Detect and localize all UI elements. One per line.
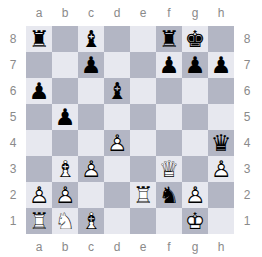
square-a7[interactable] <box>26 52 52 78</box>
rank-labels-left: 87654321 <box>2 26 24 234</box>
square-f2[interactable]: ♞ <box>156 182 182 208</box>
piece-outline-layer: ♙ <box>26 182 52 208</box>
black-pawn-icon: ♟ <box>52 104 78 130</box>
square-g6[interactable] <box>182 78 208 104</box>
file-label-d: d <box>104 2 130 24</box>
file-label-b: b <box>52 2 78 24</box>
square-a6[interactable]: ♟ <box>26 78 52 104</box>
square-f4[interactable] <box>156 130 182 156</box>
square-a4[interactable] <box>26 130 52 156</box>
square-e3[interactable] <box>130 156 156 182</box>
file-label-d: d <box>104 236 130 257</box>
white-bishop-icon: ♝♗ <box>52 156 78 182</box>
file-label-g: g <box>182 2 208 24</box>
rank-label-5: 5 <box>2 104 24 130</box>
file-label-c: c <box>78 236 104 257</box>
square-h7[interactable]: ♟ <box>208 52 234 78</box>
black-bishop-icon: ♝ <box>104 78 130 104</box>
square-b7[interactable] <box>52 52 78 78</box>
black-pawn-icon: ♟ <box>182 52 208 78</box>
white-bishop-icon: ♝♗ <box>78 208 104 234</box>
white-pawn-icon: ♟♙ <box>208 156 234 182</box>
file-label-e: e <box>130 236 156 257</box>
square-d1[interactable] <box>104 208 130 234</box>
square-f5[interactable] <box>156 104 182 130</box>
white-knight-icon: ♞♘ <box>52 208 78 234</box>
black-knight-icon: ♞ <box>156 182 182 208</box>
black-pawn-icon: ♟ <box>156 52 182 78</box>
rank-labels-right: 87654321 <box>236 26 258 234</box>
black-pawn-icon: ♟ <box>26 78 52 104</box>
square-b3[interactable]: ♝♗ <box>52 156 78 182</box>
square-g5[interactable] <box>182 104 208 130</box>
square-a3[interactable] <box>26 156 52 182</box>
white-rook-icon: ♜♖ <box>26 208 52 234</box>
square-d3[interactable] <box>104 156 130 182</box>
rank-label-4: 4 <box>236 130 258 156</box>
rank-label-3: 3 <box>236 156 258 182</box>
file-label-h: h <box>208 236 234 257</box>
square-c2[interactable] <box>78 182 104 208</box>
rank-label-2: 2 <box>236 182 258 208</box>
square-b5[interactable]: ♟ <box>52 104 78 130</box>
file-label-h: h <box>208 2 234 24</box>
chess-diagram: abcdefgh 87654321 ♜♝♜♚♟♟♟♟♟♝♟♟♙♛♝♗♟♙♛♕♟♙… <box>0 0 262 257</box>
square-f8[interactable]: ♜ <box>156 26 182 52</box>
square-e4[interactable] <box>130 130 156 156</box>
piece-outline-layer: ♖ <box>26 208 52 234</box>
square-c3[interactable]: ♟♙ <box>78 156 104 182</box>
piece-outline-layer: ♖ <box>130 182 156 208</box>
square-h5[interactable] <box>208 104 234 130</box>
square-h3[interactable]: ♟♙ <box>208 156 234 182</box>
square-a2[interactable]: ♟♙ <box>26 182 52 208</box>
black-rook-icon: ♜ <box>156 26 182 52</box>
square-b1[interactable]: ♞♘ <box>52 208 78 234</box>
square-d7[interactable] <box>104 52 130 78</box>
square-e1[interactable] <box>130 208 156 234</box>
square-c4[interactable] <box>78 130 104 156</box>
white-pawn-icon: ♟♙ <box>78 156 104 182</box>
rank-label-2: 2 <box>2 182 24 208</box>
piece-outline-layer: ♗ <box>52 156 78 182</box>
square-f6[interactable] <box>156 78 182 104</box>
square-a1[interactable]: ♜♖ <box>26 208 52 234</box>
square-h1[interactable] <box>208 208 234 234</box>
square-e7[interactable] <box>130 52 156 78</box>
piece-outline-layer: ♙ <box>182 182 208 208</box>
white-rook-icon: ♜♖ <box>130 182 156 208</box>
square-b6[interactable] <box>52 78 78 104</box>
file-label-b: b <box>52 236 78 257</box>
rank-label-8: 8 <box>236 26 258 52</box>
rank-label-4: 4 <box>2 130 24 156</box>
square-g2[interactable]: ♟♙ <box>182 182 208 208</box>
square-c5[interactable] <box>78 104 104 130</box>
rank-label-3: 3 <box>2 156 24 182</box>
piece-outline-layer: ♙ <box>104 130 130 156</box>
square-b2[interactable]: ♟♙ <box>52 182 78 208</box>
square-c8[interactable]: ♝ <box>78 26 104 52</box>
file-labels-bottom: abcdefgh <box>26 236 234 257</box>
square-g3[interactable] <box>182 156 208 182</box>
square-g1[interactable]: ♚♔ <box>182 208 208 234</box>
square-h4[interactable]: ♛ <box>208 130 234 156</box>
rank-label-6: 6 <box>236 78 258 104</box>
white-pawn-icon: ♟♙ <box>182 182 208 208</box>
rank-label-7: 7 <box>2 52 24 78</box>
square-d4[interactable]: ♟♙ <box>104 130 130 156</box>
square-h6[interactable] <box>208 78 234 104</box>
file-labels-top: abcdefgh <box>26 2 234 24</box>
piece-outline-layer: ♙ <box>78 156 104 182</box>
square-d6[interactable]: ♝ <box>104 78 130 104</box>
square-b4[interactable] <box>52 130 78 156</box>
white-pawn-icon: ♟♙ <box>104 130 130 156</box>
white-queen-icon: ♛♕ <box>156 156 182 182</box>
black-pawn-icon: ♟ <box>78 52 104 78</box>
square-c6[interactable] <box>78 78 104 104</box>
file-label-a: a <box>26 236 52 257</box>
square-g8[interactable]: ♚ <box>182 26 208 52</box>
piece-outline-layer: ♕ <box>156 156 182 182</box>
file-label-g: g <box>182 236 208 257</box>
square-b8[interactable] <box>52 26 78 52</box>
piece-outline-layer: ♔ <box>182 208 208 234</box>
square-g7[interactable]: ♟ <box>182 52 208 78</box>
white-pawn-icon: ♟♙ <box>26 182 52 208</box>
white-king-icon: ♚♔ <box>182 208 208 234</box>
square-g4[interactable] <box>182 130 208 156</box>
square-f3[interactable]: ♛♕ <box>156 156 182 182</box>
file-label-f: f <box>156 236 182 257</box>
square-e2[interactable]: ♜♖ <box>130 182 156 208</box>
square-f1[interactable] <box>156 208 182 234</box>
piece-outline-layer: ♗ <box>78 208 104 234</box>
square-e5[interactable] <box>130 104 156 130</box>
black-pawn-icon: ♟ <box>208 52 234 78</box>
square-a8[interactable]: ♜ <box>26 26 52 52</box>
square-c7[interactable]: ♟ <box>78 52 104 78</box>
square-d2[interactable] <box>104 182 130 208</box>
rank-label-1: 1 <box>236 208 258 234</box>
square-d5[interactable] <box>104 104 130 130</box>
rank-label-5: 5 <box>236 104 258 130</box>
rank-label-1: 1 <box>2 208 24 234</box>
piece-outline-layer: ♘ <box>52 208 78 234</box>
black-bishop-icon: ♝ <box>78 26 104 52</box>
white-pawn-icon: ♟♙ <box>52 182 78 208</box>
square-h8[interactable] <box>208 26 234 52</box>
square-c1[interactable]: ♝♗ <box>78 208 104 234</box>
rank-label-8: 8 <box>2 26 24 52</box>
black-king-icon: ♚ <box>182 26 208 52</box>
square-f7[interactable]: ♟ <box>156 52 182 78</box>
piece-outline-layer: ♙ <box>208 156 234 182</box>
rank-label-6: 6 <box>2 78 24 104</box>
file-label-a: a <box>26 2 52 24</box>
file-label-c: c <box>78 2 104 24</box>
file-label-e: e <box>130 2 156 24</box>
square-h2[interactable] <box>208 182 234 208</box>
chess-board: ♜♝♜♚♟♟♟♟♟♝♟♟♙♛♝♗♟♙♛♕♟♙♟♙♟♙♜♖♞♟♙♜♖♞♘♝♗♚♔ <box>26 26 234 234</box>
square-a5[interactable] <box>26 104 52 130</box>
piece-outline-layer: ♙ <box>52 182 78 208</box>
black-rook-icon: ♜ <box>26 26 52 52</box>
square-e8[interactable] <box>130 26 156 52</box>
square-e6[interactable] <box>130 78 156 104</box>
file-label-f: f <box>156 2 182 24</box>
rank-label-7: 7 <box>236 52 258 78</box>
black-queen-icon: ♛ <box>208 130 234 156</box>
square-d8[interactable] <box>104 26 130 52</box>
